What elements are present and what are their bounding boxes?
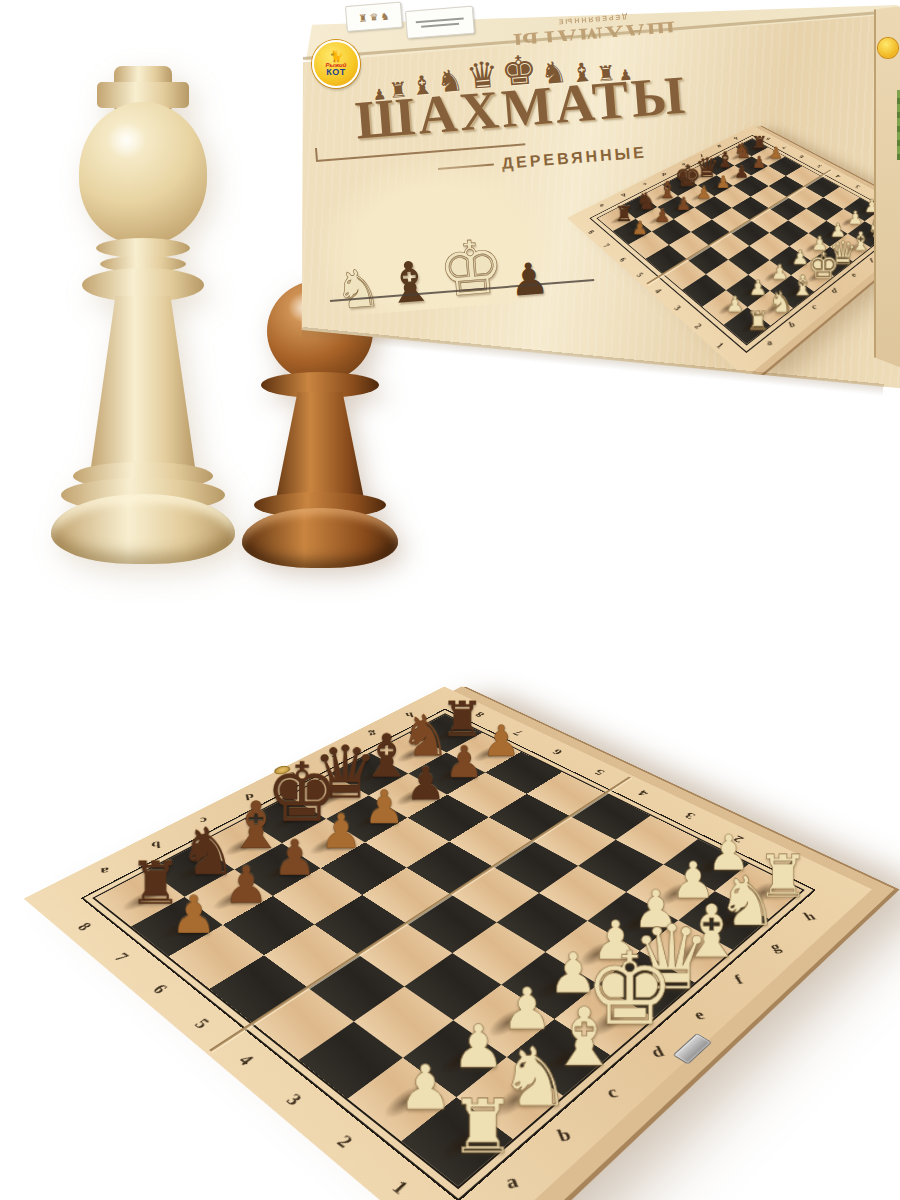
- coordinate-glyph: 4: [635, 788, 651, 798]
- piece-shadow: [311, 786, 353, 809]
- king-neck-ring: [96, 238, 190, 258]
- rank-label-5: 5: [165, 997, 238, 1051]
- square-d2: ♟: [501, 952, 598, 1019]
- square-e1: ♛: [598, 951, 695, 1018]
- label-piece-icon: ♛: [369, 11, 379, 23]
- square-c8: ♝: [198, 819, 282, 869]
- square-g7: ♟: [408, 753, 485, 795]
- cat-logo-icon: 🐈: [329, 51, 343, 62]
- square-e7: ♟: [326, 795, 407, 842]
- piece-brown-pawn-d7: ♟: [320, 811, 363, 854]
- board-plane: ♜♞♝♚♛♝♞♜♟♟♟♟♟♟♟♟♟♟♟♟♟♟♟♟♜♞♝♚♛♝♞♜aa11bb22…: [24, 687, 872, 1200]
- piece-white-knight-b1: ♞: [499, 1042, 572, 1115]
- piece-white-queen-e1: ♛: [632, 918, 712, 998]
- piece-white-pawn-f2: ♟: [633, 887, 680, 934]
- far-rank-label-3: 3: [658, 798, 723, 833]
- piece-white-pawn-a2: ♟: [398, 1061, 454, 1117]
- piece-shadow: [668, 937, 712, 969]
- square-e4: [450, 867, 538, 923]
- coordinate-glyph: g: [767, 940, 785, 955]
- far-file-label-d: d: [219, 780, 280, 813]
- piece-white-pawn-c2: ♟: [502, 984, 554, 1036]
- square-g1: ♞: [678, 891, 769, 950]
- piece-shadow: [574, 938, 620, 970]
- rank-label-2: 2: [303, 1110, 386, 1177]
- piece-shadow: [390, 785, 431, 808]
- piece-shadow: [353, 765, 393, 787]
- rank-label-4: 4: [208, 1032, 284, 1090]
- piece-brown-pawn-g7: ♟: [445, 743, 484, 783]
- piece-brown-queen-e8: ♛: [313, 741, 378, 806]
- box-side-face: [874, 6, 900, 368]
- label-piece-icon: ♜: [358, 12, 368, 24]
- piece-shadow: [207, 884, 255, 913]
- square-e8: ♛: [289, 774, 368, 819]
- square-e2: ♟: [546, 921, 640, 984]
- square-h8: ♜: [409, 714, 482, 752]
- square-c1: ♝: [506, 1019, 610, 1096]
- far-file-label-e: e: [263, 759, 322, 790]
- product-photo: ♜♛♞ ШАХМАТЫ ДЕРЕВЯННЫЕ 🐈 Рыжий КОТ ♟♜♝♞♛…: [0, 0, 900, 1200]
- square-a3: [298, 1022, 402, 1099]
- box-top-label: ♜♛♞: [345, 2, 403, 32]
- coordinate-glyph: e: [288, 770, 297, 780]
- piece-shadow: [615, 908, 659, 938]
- piece-white-pawn-e2: ♟: [592, 917, 640, 965]
- square-c5: [314, 895, 405, 954]
- coordinate-glyph: 5: [189, 1015, 213, 1032]
- file-label-f: f: [706, 956, 772, 1005]
- coordinate-glyph: h: [800, 909, 819, 923]
- square-d5: [362, 867, 450, 923]
- coordinate-glyph: f: [731, 972, 746, 988]
- square-h4: [569, 793, 650, 840]
- square-a4: [252, 987, 353, 1059]
- piece-brown-bishop-c8: ♝: [227, 796, 285, 855]
- piece-shadow: [378, 1080, 433, 1123]
- piece-shadow: [483, 1004, 533, 1041]
- label-piece-icon: ♞: [380, 10, 390, 22]
- coordinate-glyph: c: [200, 814, 209, 825]
- main-chessboard: ♜♞♝♚♛♝♞♜♟♟♟♟♟♟♟♟♟♟♟♟♟♟♟♟♜♞♝♚♛♝♞♜aa11bb22…: [150, 594, 750, 1194]
- square-a1: ♜: [401, 1097, 513, 1186]
- square-c6: [273, 868, 362, 924]
- pawn-body: [271, 392, 369, 504]
- piece-white-bishop-c1: ♝: [548, 1000, 621, 1073]
- rank-label-7: 7: [88, 934, 155, 982]
- far-rank-label-7: 7: [490, 719, 546, 748]
- square-f6: [407, 795, 488, 842]
- square-e5: [406, 842, 492, 894]
- piece-brown-knight-b8: ♞: [178, 823, 236, 882]
- board-inner-border: ♜♞♝♚♛♝♞♜♟♟♟♟♟♟♟♟♟♟♟♟♟♟♟♟♜♞♝♚♛♝♞♜: [92, 713, 805, 1189]
- piece-shadow: [257, 858, 303, 885]
- coordinate-glyph: 1: [386, 1177, 412, 1200]
- photo-white-knight: ♞: [332, 261, 383, 317]
- square-c4: [358, 923, 452, 986]
- square-f3: [538, 866, 626, 921]
- coordinate-glyph: 3: [682, 810, 698, 821]
- square-d8: ♚: [245, 796, 326, 843]
- rank-label-8: 8: [52, 905, 116, 950]
- coordinate-glyph: 7: [109, 950, 132, 965]
- square-a7: ♟: [131, 897, 223, 957]
- coordinate-glyph: 5: [591, 767, 607, 777]
- file-label-e: e: [665, 989, 734, 1042]
- square-e3: [496, 893, 587, 952]
- square-h5: [526, 772, 605, 816]
- square-f5: [449, 817, 532, 867]
- piece-white-pawn-g2: ♟: [671, 858, 716, 903]
- far-file-label-f: f: [305, 739, 362, 769]
- piece-brown-pawn-h7: ♟: [482, 723, 520, 762]
- sticker-text-line: [421, 22, 459, 27]
- square-e6: [365, 818, 448, 868]
- file-label-h: h: [779, 895, 840, 938]
- piece-white-pawn-d2: ♟: [549, 949, 599, 999]
- coordinate-glyph: d: [648, 1043, 667, 1062]
- square-h3: [615, 815, 698, 864]
- coordinate-glyph: 3: [281, 1090, 306, 1110]
- square-g6: [447, 773, 526, 817]
- far-rank-label-8: 8: [453, 701, 508, 728]
- piece-brown-knight-g8: ♞: [400, 711, 451, 762]
- piece-brown-pawn-e7: ♟: [364, 787, 406, 829]
- piece-shadow: [170, 858, 217, 885]
- piece-brown-pawn-b7: ♟: [223, 863, 269, 909]
- far-rank-label-5: 5: [570, 756, 630, 788]
- board-grid: ♜♞♝♚♛♝♞♜♟♟♟♟♟♟♟♟♟♟♟♟♟♟♟♟♜♞♝♚♛♝♞♜: [95, 714, 802, 1186]
- piece-shadow: [430, 725, 467, 745]
- piece-shadow: [584, 1003, 633, 1040]
- coordinate-glyph: h: [404, 710, 415, 719]
- piece-shadow: [530, 970, 578, 1005]
- far-file-label-a: a: [70, 852, 139, 891]
- far-file-label-c: c: [172, 803, 236, 838]
- piece-brown-pawn-c7: ♟: [273, 836, 317, 880]
- far-rank-label-6: 6: [529, 737, 587, 767]
- piece-shadow: [392, 744, 430, 765]
- coordinate-glyph: b: [151, 839, 161, 851]
- coordinate-glyph: 2: [731, 833, 747, 845]
- photo-dark-bishop: ♝: [383, 253, 437, 313]
- square-d4: [405, 894, 496, 953]
- square-d3: [452, 922, 546, 985]
- piece-shadow: [690, 853, 730, 880]
- piece-brown-king-d8: ♚: [265, 756, 338, 830]
- square-f1: ♝: [639, 920, 732, 983]
- piece-shadow: [468, 744, 506, 765]
- coordinate-glyph: b: [555, 1125, 574, 1147]
- coordinate-glyph: a: [100, 864, 109, 877]
- rank-label-3: 3: [254, 1070, 333, 1132]
- rank-label-6: 6: [125, 965, 195, 1016]
- king-base: [51, 494, 235, 564]
- piece-shadow: [349, 808, 391, 832]
- coordinate-glyph: f: [330, 749, 338, 758]
- coordinate-glyph: 7: [510, 728, 526, 737]
- coordinate-glyph: a: [503, 1171, 521, 1194]
- piece-shadow: [627, 969, 673, 1003]
- coordinate-glyph: 6: [550, 747, 566, 756]
- square-d7: ♟: [281, 819, 365, 869]
- coordinate-glyph: 8: [472, 710, 487, 719]
- piece-shadow: [706, 907, 748, 937]
- coordinate-glyph: 6: [148, 982, 171, 998]
- file-label-b: b: [524, 1104, 604, 1170]
- coordinate-glyph: g: [367, 729, 377, 738]
- photo-dark-pawn: ♟: [508, 256, 551, 303]
- coordinate-glyph: 4: [233, 1052, 257, 1070]
- square-f7: ♟: [368, 773, 447, 817]
- square-g8: ♞: [371, 733, 446, 773]
- piece-shadow: [742, 879, 783, 908]
- piece-shadow: [118, 885, 167, 914]
- square-a5: [209, 955, 307, 1022]
- rank-label-1: 1: [356, 1153, 443, 1200]
- piece-shadow: [432, 1041, 485, 1081]
- coordinate-glyph: 1: [782, 858, 799, 870]
- piece-brown-pawn-a7: ♟: [171, 892, 218, 939]
- square-g2: ♟: [626, 865, 714, 920]
- piece-white-pawn-b2: ♟: [452, 1021, 506, 1075]
- square-b5: [263, 924, 357, 987]
- square-h7: ♟: [446, 733, 521, 773]
- coordinate-glyph: c: [604, 1083, 621, 1103]
- piece-shadow: [537, 1040, 588, 1080]
- far-file-label-b: b: [122, 826, 188, 863]
- piece-shadow: [487, 1079, 541, 1122]
- square-g3: [578, 840, 663, 892]
- king-shaft: [90, 296, 196, 474]
- square-g5: [488, 794, 569, 841]
- far-rank-label-2: 2: [706, 821, 773, 858]
- square-f4: [492, 841, 578, 893]
- square-h1: ♜: [714, 864, 802, 919]
- far-file-label-g: g: [345, 720, 400, 748]
- square-f8: ♝: [331, 753, 408, 795]
- piece-brown-bishop-f8: ♝: [360, 729, 414, 783]
- piece-brown-rook-a8: ♜: [130, 857, 183, 910]
- square-c7: ♟: [234, 843, 320, 896]
- piece-shadow: [430, 764, 469, 786]
- piece-shadow: [267, 809, 310, 833]
- piece-white-rook-a1: ♜: [450, 1093, 517, 1160]
- piece-shadow: [433, 1121, 490, 1167]
- piece-white-rook-h1: ♜: [756, 850, 809, 903]
- square-a2: ♟: [348, 1058, 456, 1141]
- far-rank-label-1: 1: [756, 845, 826, 884]
- piece-shadow: [304, 832, 348, 858]
- pawn-base: [242, 508, 398, 568]
- coordinate-glyph: e: [691, 1006, 708, 1023]
- piece-shadow: [653, 880, 695, 909]
- square-h2: ♟: [663, 839, 748, 891]
- fold-seam: [209, 777, 631, 1052]
- square-h6: [485, 752, 562, 794]
- piece-brown-rook-h8: ♜: [441, 698, 484, 742]
- square-d6: [320, 842, 406, 895]
- square-a8: ♜: [95, 870, 184, 926]
- king-head: [79, 102, 207, 244]
- white-king-closeup: [48, 66, 238, 548]
- square-b7: ♟: [184, 869, 273, 925]
- piece-white-knight-g1: ♞: [717, 871, 779, 933]
- file-label-c: c: [575, 1063, 651, 1124]
- square-c3: [404, 953, 501, 1020]
- coordinate-glyph: d: [244, 791, 254, 802]
- square-f2: ♟: [587, 892, 678, 951]
- photo-white-king: ♚: [435, 229, 507, 308]
- square-b4: [307, 954, 404, 1021]
- metal-clasp: [673, 1033, 713, 1065]
- square-b2: ♟: [403, 1020, 507, 1097]
- square-b3: [353, 986, 453, 1058]
- chessboard-photo: ♜♞♝♚♛♝♞♜♟♟♟♟♟♟♟♟♟♟♟♟♟♟♟♟♜♞♝♚♛♝♞♜aa11bb22…: [0, 552, 900, 1200]
- brand-name-line2: КОТ: [326, 68, 346, 77]
- square-g4: [532, 816, 615, 865]
- piece-shadow: [220, 833, 265, 859]
- square-a6: [169, 925, 264, 988]
- coordinate-glyph: 8: [73, 920, 96, 934]
- coordinate-glyph: 2: [331, 1132, 356, 1153]
- piece-white-king-d1: ♚: [584, 943, 675, 1034]
- file-label-g: g: [744, 925, 807, 971]
- piece-white-bishop-f1: ♝: [678, 899, 744, 965]
- side-logo-badge: [878, 38, 898, 58]
- file-label-d: d: [621, 1025, 693, 1082]
- brass-hinge-hook: [271, 764, 293, 776]
- box-top-sticker: [405, 6, 475, 39]
- square-b6: [222, 896, 313, 955]
- far-file-label-h: h: [383, 702, 436, 729]
- piece-brown-pawn-f7: ♟: [405, 764, 446, 805]
- square-c2: ♟: [454, 985, 554, 1057]
- square-d1: ♚: [554, 984, 654, 1056]
- far-rank-label-4: 4: [613, 777, 675, 810]
- piece-shadow: [154, 913, 204, 944]
- piece-white-pawn-h2: ♟: [707, 832, 751, 876]
- board-border: ♜♞♝♚♛♝♞♜♟♟♟♟♟♟♟♟♟♟♟♟♟♟♟♟♜♞♝♚♛♝♞♜: [81, 709, 816, 1200]
- file-label-a: a: [470, 1148, 554, 1200]
- square-b1: ♞: [456, 1057, 564, 1140]
- square-b8: ♞: [148, 844, 234, 897]
